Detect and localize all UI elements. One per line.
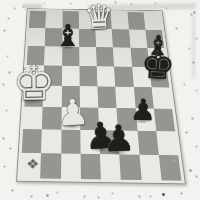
piece-white-king-a4[interactable]: ♚	[12, 58, 56, 107]
pieces-layer: ♛♝♝♚♚♟♟♟♟	[0, 0, 200, 200]
piece-black-bishop-c7[interactable]: ♝	[55, 21, 82, 51]
piece-black-king-h5[interactable]: ♚	[140, 45, 176, 85]
piece-black-pawn-f2[interactable]: ♟	[102, 120, 136, 157]
piece-white-queen-e8[interactable]: ♛	[83, 0, 115, 34]
